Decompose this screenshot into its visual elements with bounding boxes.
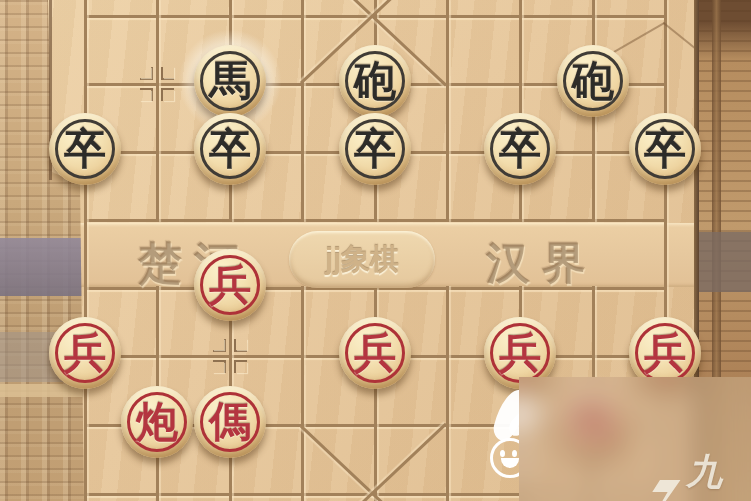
piece-black-horse[interactable]: 馬 [194,45,266,117]
piece-character: 卒 [49,113,121,185]
piece-black-soldier[interactable]: 卒 [484,113,556,185]
grid-line [301,286,304,501]
piece-black-soldier[interactable]: 卒 [194,113,266,185]
piece-character: 卒 [629,113,701,185]
point-marker-icon [213,339,247,373]
piece-red-soldier[interactable]: 兵 [194,249,266,321]
piece-character: 傌 [194,386,266,458]
piece-black-soldier[interactable]: 卒 [339,113,411,185]
piece-red-horse[interactable]: 傌 [194,386,266,458]
piece-black-cannon[interactable]: 砲 [339,45,411,117]
xiangqi-board[interactable]: 楚河 汉界 jj象棋 馬砲砲卒卒卒卒卒兵兵兵兵兵炮傌炮 九游 [0,0,751,501]
piece-character: 砲 [339,45,411,117]
piece-character: 馬 [194,45,266,117]
app-logo-text: jj象棋 [325,240,399,280]
blurred-watermark-region [519,377,751,501]
grid-line [84,0,87,501]
piece-red-cannon[interactable]: 炮 [121,386,193,458]
piece-character: 卒 [339,113,411,185]
grid-line [156,0,159,222]
grid-line [446,286,449,501]
piece-character: 兵 [194,249,266,321]
piece-black-soldier[interactable]: 卒 [49,113,121,185]
piece-character: 卒 [484,113,556,185]
piece-character: 兵 [49,317,121,389]
piece-black-soldier[interactable]: 卒 [629,113,701,185]
piece-character: 炮 [121,386,193,458]
piece-character: 兵 [339,317,411,389]
piece-character: 卒 [194,113,266,185]
app-logo-pill: jj象棋 [289,231,435,288]
piece-black-cannon[interactable]: 砲 [557,45,629,117]
grid-line [446,0,449,222]
point-marker-icon [140,67,174,101]
grid-line [519,0,522,222]
river-label-right: 汉界 [486,234,598,293]
piece-red-soldier[interactable]: 兵 [49,317,121,389]
piece-character: 砲 [557,45,629,117]
grid-line [301,0,304,222]
piece-red-soldier[interactable]: 兵 [339,317,411,389]
